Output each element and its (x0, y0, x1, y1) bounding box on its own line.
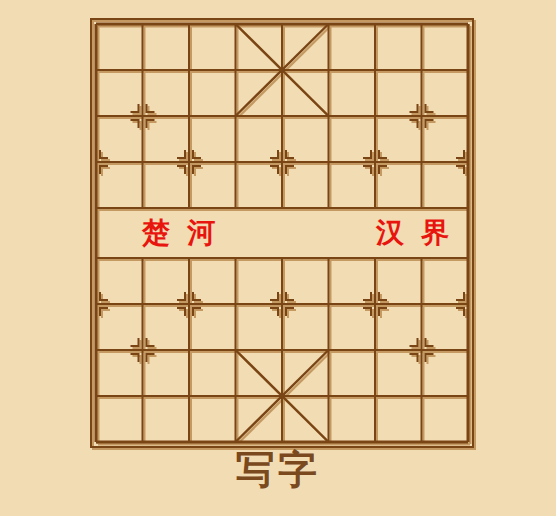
intersection-f3-r2[interactable] (166, 47, 213, 93)
intersection-f4-r9[interactable] (212, 373, 259, 419)
intersection-f9-r4[interactable] (445, 139, 492, 185)
intersection-f8-r9[interactable] (398, 373, 445, 419)
caption-text: 写字 (0, 449, 556, 492)
intersection-f5-r3[interactable] (259, 93, 306, 139)
intersection-f3-r4[interactable] (166, 139, 213, 185)
intersection-f2-r9[interactable] (119, 373, 166, 419)
intersection-f2-r3[interactable] (119, 93, 166, 139)
intersection-f2-r4[interactable] (119, 139, 166, 185)
board-intersections (73, 1, 492, 465)
intersection-f6-r4[interactable] (305, 139, 352, 185)
intersection-f1-r2[interactable] (73, 47, 120, 93)
intersection-f5-r1[interactable] (259, 1, 306, 47)
intersection-f4-r3[interactable] (212, 93, 259, 139)
intersection-f7-r4[interactable] (352, 139, 399, 185)
intersection-f9-r6[interactable] (445, 233, 492, 281)
intersection-f8-r8[interactable] (398, 327, 445, 373)
intersection-f4-r6[interactable] (212, 233, 259, 281)
intersection-f9-r3[interactable] (445, 93, 492, 139)
intersection-f6-r1[interactable] (305, 1, 352, 47)
intersection-f1-r4[interactable] (73, 139, 120, 185)
intersection-f5-r5[interactable] (259, 185, 306, 233)
intersection-f1-r9[interactable] (73, 373, 120, 419)
intersection-f8-r6[interactable] (398, 233, 445, 281)
intersection-f7-r2[interactable] (352, 47, 399, 93)
intersection-f8-r2[interactable] (398, 47, 445, 93)
intersection-f6-r7[interactable] (305, 281, 352, 327)
intersection-f6-r9[interactable] (305, 373, 352, 419)
intersection-f2-r7[interactable] (119, 281, 166, 327)
intersection-f1-r3[interactable] (73, 93, 120, 139)
intersection-f6-r8[interactable] (305, 327, 352, 373)
intersection-f8-r3[interactable] (398, 93, 445, 139)
intersection-f2-r2[interactable] (119, 47, 166, 93)
intersection-f2-r1[interactable] (119, 1, 166, 47)
intersection-f1-r6[interactable] (73, 233, 120, 281)
intersection-f9-r9[interactable] (445, 373, 492, 419)
intersection-f4-r7[interactable] (212, 281, 259, 327)
intersection-f7-r5[interactable] (352, 185, 399, 233)
intersection-f2-r5[interactable] (119, 185, 166, 233)
intersection-f5-r6[interactable] (259, 233, 306, 281)
intersection-f5-r2[interactable] (259, 47, 306, 93)
intersection-f9-r5[interactable] (445, 185, 492, 233)
intersection-f6-r5[interactable] (305, 185, 352, 233)
intersection-f1-r7[interactable] (73, 281, 120, 327)
intersection-f9-r1[interactable] (445, 1, 492, 47)
intersection-f3-r5[interactable] (166, 185, 213, 233)
intersection-f2-r8[interactable] (119, 327, 166, 373)
intersection-f8-r7[interactable] (398, 281, 445, 327)
intersection-f6-r2[interactable] (305, 47, 352, 93)
intersection-f3-r8[interactable] (166, 327, 213, 373)
intersection-f5-r8[interactable] (259, 327, 306, 373)
intersection-f1-r5[interactable] (73, 185, 120, 233)
intersection-f3-r1[interactable] (166, 1, 213, 47)
intersection-f7-r9[interactable] (352, 373, 399, 419)
intersection-f9-r8[interactable] (445, 327, 492, 373)
intersection-f7-r6[interactable] (352, 233, 399, 281)
intersection-f3-r6[interactable] (166, 233, 213, 281)
intersection-f4-r5[interactable] (212, 185, 259, 233)
intersection-f8-r4[interactable] (398, 139, 445, 185)
intersection-f6-r3[interactable] (305, 93, 352, 139)
intersection-f7-r8[interactable] (352, 327, 399, 373)
intersection-f7-r1[interactable] (352, 1, 399, 47)
intersection-f3-r3[interactable] (166, 93, 213, 139)
intersection-f4-r4[interactable] (212, 139, 259, 185)
intersection-f8-r1[interactable] (398, 1, 445, 47)
intersection-f1-r8[interactable] (73, 327, 120, 373)
intersection-f5-r4[interactable] (259, 139, 306, 185)
intersection-f1-r1[interactable] (73, 1, 120, 47)
intersection-f4-r8[interactable] (212, 327, 259, 373)
intersection-f3-r7[interactable] (166, 281, 213, 327)
intersection-f9-r2[interactable] (445, 47, 492, 93)
intersection-f4-r1[interactable] (212, 1, 259, 47)
xiangqi-board: 楚河 汉界 (86, 14, 478, 452)
intersection-f9-r7[interactable] (445, 281, 492, 327)
intersection-f8-r5[interactable] (398, 185, 445, 233)
intersection-f5-r9[interactable] (259, 373, 306, 419)
intersection-f7-r3[interactable] (352, 93, 399, 139)
intersection-f5-r7[interactable] (259, 281, 306, 327)
intersection-f6-r6[interactable] (305, 233, 352, 281)
intersection-f3-r9[interactable] (166, 373, 213, 419)
intersection-f7-r7[interactable] (352, 281, 399, 327)
intersection-f2-r6[interactable] (119, 233, 166, 281)
intersection-f4-r2[interactable] (212, 47, 259, 93)
